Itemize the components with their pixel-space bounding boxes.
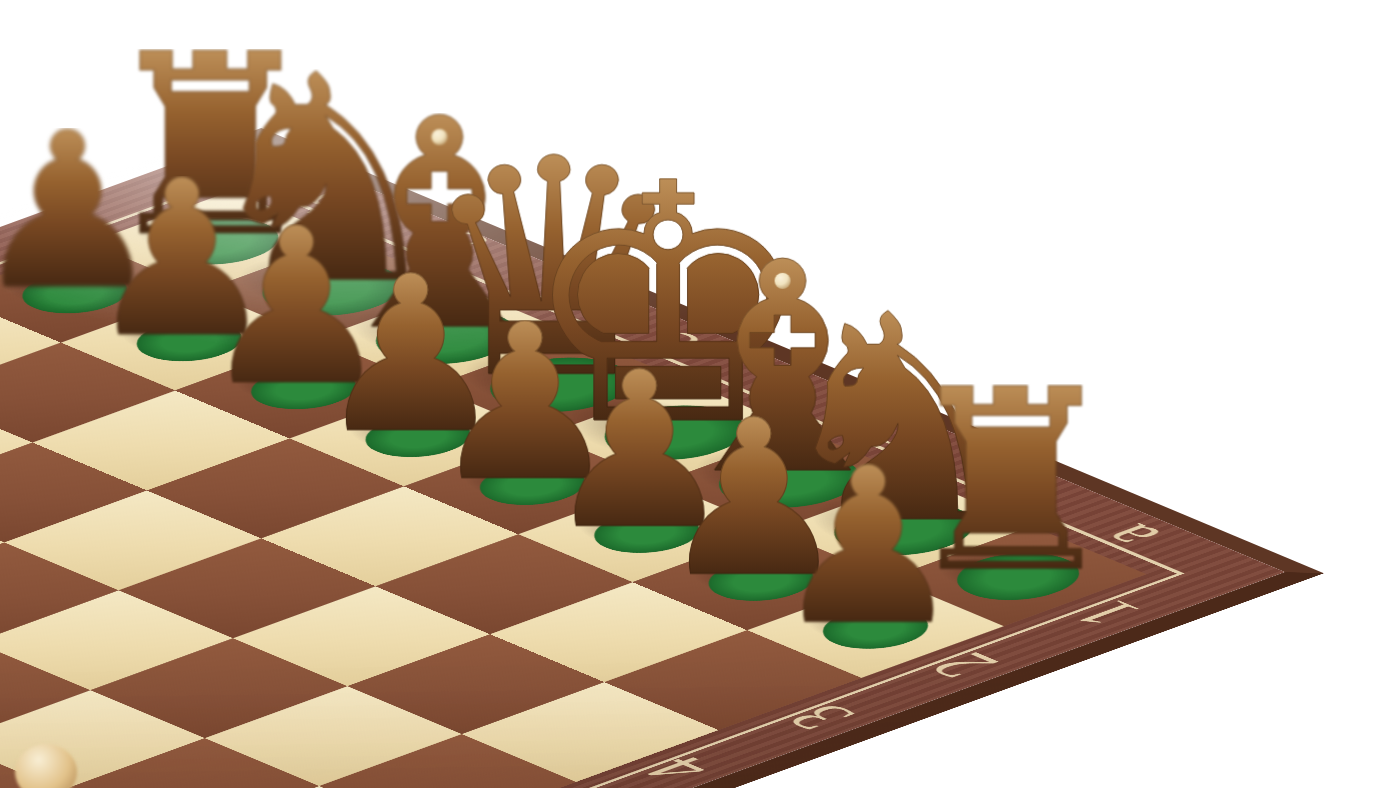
chess-board: ♜♞♝♛♚♝♞♜♟♟♟♟♟♟♟♟ hgfedcba12345678: [0, 137, 1285, 788]
white-pawn-ball-icon: [15, 744, 77, 788]
chess-set-product-photo: ♜♞♝♛♚♝♞♜♟♟♟♟♟♟♟♟ hgfedcba12345678: [0, 0, 1400, 788]
offboard-white-pawn-top: [12, 742, 82, 788]
pawn-glyph: ♟: [658, 463, 1078, 631]
